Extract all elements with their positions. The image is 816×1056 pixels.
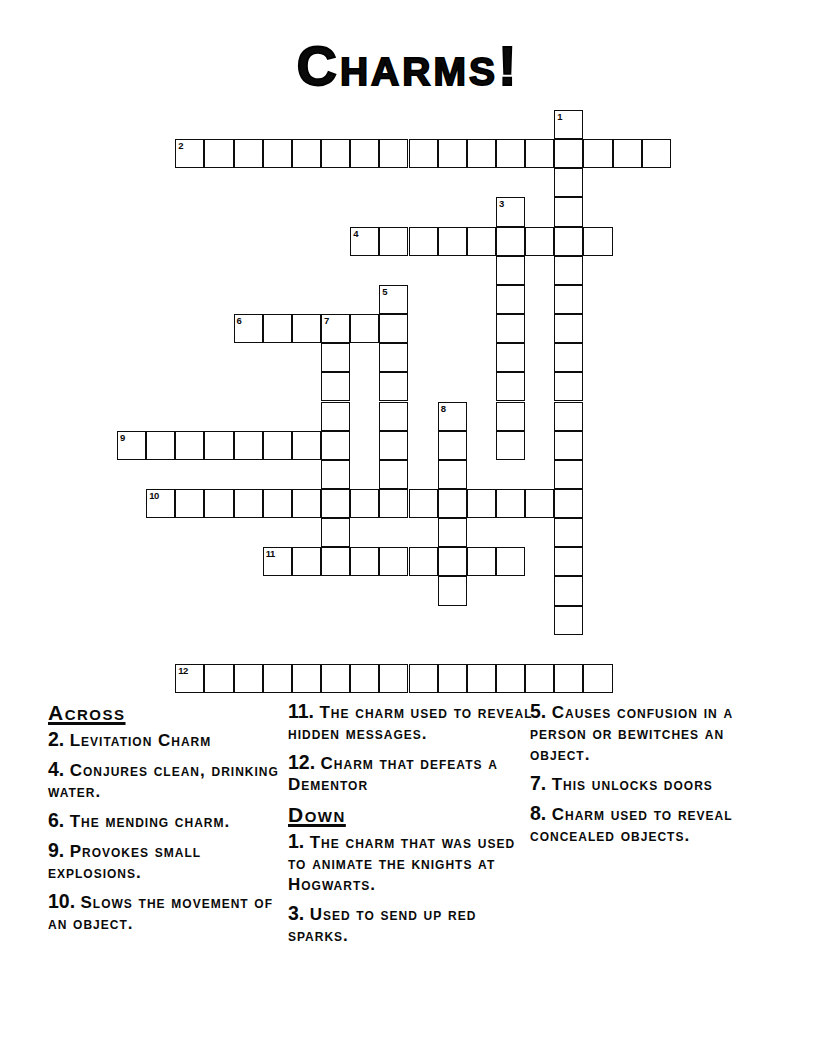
- grid-cell-r19c12[interactable]: [467, 664, 496, 693]
- grid-cell-r15c12[interactable]: [467, 547, 496, 576]
- clue-text: This unlocks doors: [552, 775, 713, 794]
- cell-number-7: 7: [324, 315, 329, 326]
- grid-cell-r13c8[interactable]: [350, 489, 379, 518]
- grid-cell-r13c11[interactable]: [438, 489, 467, 518]
- grid-cell-r13c12[interactable]: [467, 489, 496, 518]
- grid-cell-r1c15[interactable]: [554, 139, 583, 168]
- grid-cell-r12c11[interactable]: [438, 460, 467, 489]
- grid-cell-r19c2[interactable]: 12: [175, 664, 204, 693]
- grid-cell-r11c7[interactable]: [321, 431, 350, 460]
- grid-cell-r1c17[interactable]: [613, 139, 642, 168]
- clue-number: 7.: [530, 772, 552, 794]
- clue-text: The charm used to reveal hidden messages…: [288, 703, 533, 743]
- grid-cell-r5c13[interactable]: [496, 256, 525, 285]
- grid-cell-r15c15[interactable]: [554, 547, 583, 576]
- cell-number-4: 4: [353, 228, 358, 239]
- grid-cell-r11c11[interactable]: [438, 431, 467, 460]
- grid-cell-r15c7[interactable]: [321, 547, 350, 576]
- grid-cell-r13c2[interactable]: [175, 489, 204, 518]
- clue-down-7: 7. This unlocks doors: [530, 773, 770, 795]
- grid-cell-r4c9[interactable]: [379, 227, 408, 256]
- grid-cell-r1c16[interactable]: [583, 139, 612, 168]
- grid-cell-r5c15[interactable]: [554, 256, 583, 285]
- grid-cell-r11c2[interactable]: [175, 431, 204, 460]
- grid-cell-r8c13[interactable]: [496, 343, 525, 372]
- grid-cell-r19c10[interactable]: [409, 664, 438, 693]
- grid-cell-r4c11[interactable]: [438, 227, 467, 256]
- clue-text: Conjures clean, drinking water.: [48, 761, 279, 801]
- grid-cell-r17c15[interactable]: [554, 606, 583, 635]
- down-heading: Down: [288, 803, 535, 827]
- grid-cell-r1c6[interactable]: [292, 139, 321, 168]
- grid-cell-r12c15[interactable]: [554, 460, 583, 489]
- clue-number: 3.: [288, 902, 310, 924]
- grid-cell-r11c1[interactable]: [146, 431, 175, 460]
- clue-number: 4.: [48, 758, 70, 780]
- grid-cell-r1c14[interactable]: [525, 139, 554, 168]
- grid-cell-r9c7[interactable]: [321, 372, 350, 401]
- grid-cell-r7c7[interactable]: 7: [321, 314, 350, 343]
- grid-cell-r11c15[interactable]: [554, 431, 583, 460]
- clue-column-left: Across2. Levitation Charm4. Conjures cle…: [48, 701, 285, 942]
- grid-cell-r4c13[interactable]: [496, 227, 525, 256]
- grid-cell-r6c13[interactable]: [496, 285, 525, 314]
- grid-cell-r4c12[interactable]: [467, 227, 496, 256]
- grid-cell-r16c11[interactable]: [438, 576, 467, 605]
- grid-cell-r7c15[interactable]: [554, 314, 583, 343]
- clue-across-4: 4. Conjures clean, drinking water.: [48, 759, 285, 802]
- clue-down-1: 1. The charm that was used to animate th…: [288, 831, 535, 895]
- grid-cell-r13c10[interactable]: [409, 489, 438, 518]
- grid-cell-r13c13[interactable]: [496, 489, 525, 518]
- clue-number: 11.: [288, 700, 319, 722]
- grid-cell-r19c14[interactable]: [525, 664, 554, 693]
- clue-across-12: 12. Charm that defeats a Dementor: [288, 752, 535, 795]
- grid-cell-r16c15[interactable]: [554, 576, 583, 605]
- cell-number-10: 10: [149, 490, 159, 501]
- grid-cell-r19c5[interactable]: [263, 664, 292, 693]
- across-heading: Across: [48, 701, 285, 725]
- grid-cell-r11c9[interactable]: [379, 431, 408, 460]
- grid-cell-r19c3[interactable]: [204, 664, 233, 693]
- clue-number: 12.: [288, 751, 321, 773]
- grid-cell-r8c7[interactable]: [321, 343, 350, 372]
- grid-cell-r13c6[interactable]: [292, 489, 321, 518]
- grid-cell-r19c16[interactable]: [583, 664, 612, 693]
- grid-cell-r14c15[interactable]: [554, 518, 583, 547]
- grid-cell-r7c8[interactable]: [350, 314, 379, 343]
- cell-number-3: 3: [499, 198, 504, 209]
- grid-cell-r11c5[interactable]: [263, 431, 292, 460]
- clue-text: Used to send up red sparks.: [288, 905, 476, 945]
- grid-cell-r15c5[interactable]: 11: [263, 547, 292, 576]
- grid-cell-r19c7[interactable]: [321, 664, 350, 693]
- grid-cell-r10c7[interactable]: [321, 402, 350, 431]
- clue-number: 6.: [48, 809, 70, 831]
- clue-down-8: 8. Charm used to reveal concealed object…: [530, 803, 770, 846]
- clue-number: 10.: [48, 890, 81, 912]
- clue-across-6: 6. The mending charm.: [48, 810, 285, 832]
- clue-text: Slows the movement of an object.: [48, 893, 273, 933]
- grid-cell-r19c4[interactable]: [234, 664, 263, 693]
- clue-across-10: 10. Slows the movement of an object.: [48, 891, 285, 934]
- grid-cell-r1c11[interactable]: [438, 139, 467, 168]
- clue-number: 2.: [48, 728, 70, 750]
- grid-cell-r7c13[interactable]: [496, 314, 525, 343]
- grid-cell-r13c5[interactable]: [263, 489, 292, 518]
- grid-cell-r11c4[interactable]: [234, 431, 263, 460]
- grid-cell-r12c7[interactable]: [321, 460, 350, 489]
- grid-cell-r10c13[interactable]: [496, 402, 525, 431]
- grid-cell-r10c15[interactable]: [554, 402, 583, 431]
- grid-cell-r11c13[interactable]: [496, 431, 525, 460]
- clue-text: The charm that was used to animate the k…: [288, 833, 515, 894]
- grid-cell-r1c4[interactable]: [234, 139, 263, 168]
- grid-cell-r11c0[interactable]: 9: [117, 431, 146, 460]
- grid-cell-r13c7[interactable]: [321, 489, 350, 518]
- grid-cell-r1c13[interactable]: [496, 139, 525, 168]
- clue-column-right: 5. Causes confusion in a person or bewit…: [530, 701, 770, 854]
- cell-number-5: 5: [382, 286, 387, 297]
- grid-cell-r4c10[interactable]: [409, 227, 438, 256]
- grid-cell-r19c15[interactable]: [554, 664, 583, 693]
- grid-cell-r1c7[interactable]: [321, 139, 350, 168]
- clue-across-2: 2. Levitation Charm: [48, 729, 285, 751]
- grid-cell-r19c13[interactable]: [496, 664, 525, 693]
- grid-cell-r7c6[interactable]: [292, 314, 321, 343]
- grid-cell-r3c15[interactable]: [554, 197, 583, 226]
- grid-cell-r9c15[interactable]: [554, 372, 583, 401]
- crossword-grid: 123456789101112: [117, 110, 671, 693]
- puzzle-title: Charms!: [0, 36, 816, 96]
- grid-cell-r14c7[interactable]: [321, 518, 350, 547]
- grid-cell-r6c15[interactable]: [554, 285, 583, 314]
- cell-number-9: 9: [120, 432, 125, 443]
- grid-cell-r4c14[interactable]: [525, 227, 554, 256]
- grid-cell-r12c9[interactable]: [379, 460, 408, 489]
- grid-cell-r4c8[interactable]: 4: [350, 227, 379, 256]
- grid-cell-r13c9[interactable]: [379, 489, 408, 518]
- grid-cell-r15c10[interactable]: [409, 547, 438, 576]
- grid-cell-r7c5[interactable]: [263, 314, 292, 343]
- grid-cell-r9c9[interactable]: [379, 372, 408, 401]
- clue-across-9: 9. Provokes small explosions.: [48, 840, 285, 883]
- grid-cell-r13c4[interactable]: [234, 489, 263, 518]
- clue-text: Charm used to reveal concealed objects.: [530, 805, 733, 845]
- grid-cell-r1c18[interactable]: [642, 139, 671, 168]
- grid-cell-r9c13[interactable]: [496, 372, 525, 401]
- grid-cell-r1c3[interactable]: [204, 139, 233, 168]
- grid-cell-r11c3[interactable]: [204, 431, 233, 460]
- grid-cell-r19c8[interactable]: [350, 664, 379, 693]
- grid-cell-r11c6[interactable]: [292, 431, 321, 460]
- clue-number: 1.: [288, 830, 310, 852]
- grid-cell-r1c10[interactable]: [409, 139, 438, 168]
- grid-cell-r15c8[interactable]: [350, 547, 379, 576]
- clue-number: 9.: [48, 839, 70, 861]
- grid-cell-r13c15[interactable]: [554, 489, 583, 518]
- grid-cell-r13c14[interactable]: [525, 489, 554, 518]
- grid-cell-r14c11[interactable]: [438, 518, 467, 547]
- grid-cell-r19c9[interactable]: [379, 664, 408, 693]
- grid-cell-r1c5[interactable]: [263, 139, 292, 168]
- grid-cell-r19c6[interactable]: [292, 664, 321, 693]
- cell-number-2: 2: [178, 140, 183, 151]
- clue-down-5: 5. Causes confusion in a person or bewit…: [530, 701, 770, 765]
- grid-cell-r2c15[interactable]: [554, 168, 583, 197]
- grid-cell-r3c13[interactable]: 3: [496, 197, 525, 226]
- grid-cell-r1c2[interactable]: 2: [175, 139, 204, 168]
- grid-cell-r8c9[interactable]: [379, 343, 408, 372]
- grid-cell-r4c16[interactable]: [583, 227, 612, 256]
- grid-cell-r4c15[interactable]: [554, 227, 583, 256]
- grid-cell-r10c11[interactable]: 8: [438, 402, 467, 431]
- grid-cell-r1c9[interactable]: [379, 139, 408, 168]
- clue-column-middle: 11. The charm used to reveal hidden mess…: [288, 701, 535, 954]
- grid-cell-r1c8[interactable]: [350, 139, 379, 168]
- cell-number-11: 11: [266, 548, 275, 559]
- clue-across-11: 11. The charm used to reveal hidden mess…: [288, 701, 535, 744]
- grid-cell-r7c4[interactable]: 6: [234, 314, 263, 343]
- clue-down-3: 3. Used to send up red sparks.: [288, 903, 535, 946]
- cell-number-6: 6: [237, 315, 242, 326]
- grid-cell-r15c11[interactable]: [438, 547, 467, 576]
- clue-text: The mending charm.: [70, 812, 231, 831]
- clue-number: 5.: [530, 700, 552, 722]
- grid-cell-r0c15[interactable]: 1: [554, 110, 583, 139]
- clue-text: Provokes small explosions.: [48, 842, 201, 882]
- grid-cell-r7c9[interactable]: [379, 314, 408, 343]
- cell-number-12: 12: [178, 665, 188, 676]
- worksheet-page: Charms! 123456789101112 Across2. Levitat…: [0, 0, 816, 1056]
- grid-cell-r15c6[interactable]: [292, 547, 321, 576]
- grid-cell-r19c11[interactable]: [438, 664, 467, 693]
- cell-number-1: 1: [557, 111, 562, 122]
- clue-number: 8.: [530, 802, 552, 824]
- cell-number-8: 8: [441, 403, 446, 414]
- grid-cell-r1c12[interactable]: [467, 139, 496, 168]
- grid-cell-r13c1[interactable]: 10: [146, 489, 175, 518]
- grid-cell-r13c3[interactable]: [204, 489, 233, 518]
- clue-text: Levitation Charm: [70, 731, 212, 750]
- grid-cell-r15c13[interactable]: [496, 547, 525, 576]
- grid-cell-r8c15[interactable]: [554, 343, 583, 372]
- grid-cell-r10c9[interactable]: [379, 402, 408, 431]
- grid-cell-r15c9[interactable]: [379, 547, 408, 576]
- grid-cell-r6c9[interactable]: 5: [379, 285, 408, 314]
- clue-text: Causes confusion in a person or bewitche…: [530, 703, 733, 764]
